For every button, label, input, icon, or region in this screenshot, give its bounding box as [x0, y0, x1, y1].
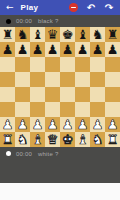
black-bishop: ♝	[32, 27, 44, 42]
square-f8[interactable]: ♝	[75, 27, 90, 42]
square-d5[interactable]	[45, 72, 60, 87]
white-knight: ♞	[92, 132, 104, 147]
square-g3[interactable]	[90, 102, 105, 117]
square-b7[interactable]: ♟	[15, 42, 30, 57]
page-title: Play	[21, 0, 39, 15]
black-player-bar: 00:00 black ?	[0, 15, 120, 27]
white-bishop: ♝	[32, 132, 44, 147]
square-e3[interactable]	[60, 102, 75, 117]
black-bishop: ♝	[77, 27, 89, 42]
square-e5[interactable]	[60, 72, 75, 87]
white-rook: ♜	[2, 132, 14, 147]
square-c4[interactable]	[30, 87, 45, 102]
square-g2[interactable]: ♟	[90, 117, 105, 132]
black-color-dot-icon	[6, 19, 11, 24]
no-entry-icon	[69, 3, 78, 12]
square-f6[interactable]	[75, 57, 90, 72]
undo-icon: ↶	[87, 0, 95, 15]
square-b2[interactable]: ♟	[15, 117, 30, 132]
square-e2[interactable]: ♟	[60, 117, 75, 132]
square-h8[interactable]: ♜	[105, 27, 120, 42]
square-a3[interactable]	[0, 102, 15, 117]
black-knight: ♞	[17, 27, 29, 42]
square-f1[interactable]: ♝	[75, 132, 90, 147]
square-h1[interactable]: ♜	[105, 132, 120, 147]
white-pawn: ♟	[62, 117, 74, 132]
square-f2[interactable]: ♟	[75, 117, 90, 132]
white-pawn: ♟	[107, 117, 119, 132]
square-d1[interactable]: ♛	[45, 132, 60, 147]
square-b1[interactable]: ♞	[15, 132, 30, 147]
square-g6[interactable]	[90, 57, 105, 72]
square-e1[interactable]: ♚	[60, 132, 75, 147]
square-f3[interactable]	[75, 102, 90, 117]
white-pawn: ♟	[32, 117, 44, 132]
square-b6[interactable]	[15, 57, 30, 72]
square-d4[interactable]	[45, 87, 60, 102]
white-pawn: ♟	[17, 117, 29, 132]
square-c8[interactable]: ♝	[30, 27, 45, 42]
square-g7[interactable]: ♟	[90, 42, 105, 57]
square-d7[interactable]: ♟	[45, 42, 60, 57]
black-rook: ♜	[2, 27, 14, 42]
square-h2[interactable]: ♟	[105, 117, 120, 132]
white-pawn: ♟	[2, 117, 14, 132]
square-e4[interactable]	[60, 87, 75, 102]
chess-board: ♜♞♝♛♚♝♞♜♟♟♟♟♟♟♟♟♟♟♟♟♟♟♟♟♜♞♝♛♚♝♞♜	[0, 27, 120, 147]
white-rook: ♜	[107, 132, 119, 147]
square-f7[interactable]: ♟	[75, 42, 90, 57]
square-h6[interactable]	[105, 57, 120, 72]
white-king: ♚	[62, 132, 74, 147]
stop-game-button[interactable]	[68, 0, 78, 15]
black-king: ♚	[62, 27, 74, 42]
white-player-bar: 00:00 white ?	[0, 147, 120, 160]
chess-app-screen: ← Play ↶ ↷ 00:00 black ? ♜♞♝♛♚♝♞♜♟♟♟♟♟♟♟…	[0, 0, 120, 200]
square-d8[interactable]: ♛	[45, 27, 60, 42]
square-a5[interactable]	[0, 72, 15, 87]
white-clock: 00:00	[16, 151, 32, 157]
square-b3[interactable]	[15, 102, 30, 117]
white-bishop: ♝	[77, 132, 89, 147]
square-a1[interactable]: ♜	[0, 132, 15, 147]
square-h5[interactable]	[105, 72, 120, 87]
square-a6[interactable]	[0, 57, 15, 72]
black-pawn: ♟	[107, 42, 119, 57]
white-pawn: ♟	[77, 117, 89, 132]
black-pawn: ♟	[47, 42, 59, 57]
square-e7[interactable]: ♟	[60, 42, 75, 57]
black-queen: ♛	[47, 27, 59, 42]
square-f5[interactable]	[75, 72, 90, 87]
square-g4[interactable]	[90, 87, 105, 102]
square-a4[interactable]	[0, 87, 15, 102]
white-pawn: ♟	[47, 117, 59, 132]
square-a8[interactable]: ♜	[0, 27, 15, 42]
square-c3[interactable]	[30, 102, 45, 117]
square-d3[interactable]	[45, 102, 60, 117]
square-c1[interactable]: ♝	[30, 132, 45, 147]
black-pawn: ♟	[17, 42, 29, 57]
black-pawn: ♟	[32, 42, 44, 57]
square-e6[interactable]	[60, 57, 75, 72]
square-c6[interactable]	[30, 57, 45, 72]
square-d6[interactable]	[45, 57, 60, 72]
app-bar: ← Play ↶ ↷	[0, 0, 120, 15]
redo-icon: ↷	[105, 0, 113, 15]
back-button[interactable]: ←	[6, 0, 14, 15]
black-pawn: ♟	[2, 42, 14, 57]
empty-panel	[0, 160, 120, 183]
square-b4[interactable]	[15, 87, 30, 102]
square-b5[interactable]	[15, 72, 30, 87]
square-c7[interactable]: ♟	[30, 42, 45, 57]
square-c2[interactable]: ♟	[30, 117, 45, 132]
square-g5[interactable]	[90, 72, 105, 87]
square-c5[interactable]	[30, 72, 45, 87]
back-arrow-icon: ←	[6, 2, 14, 12]
square-b8[interactable]: ♞	[15, 27, 30, 42]
redo-move-button[interactable]: ↷	[104, 0, 114, 15]
white-pawn: ♟	[92, 117, 104, 132]
square-h3[interactable]	[105, 102, 120, 117]
black-knight: ♞	[92, 27, 104, 42]
square-d2[interactable]: ♟	[45, 117, 60, 132]
black-pawn: ♟	[77, 42, 89, 57]
square-h7[interactable]: ♟	[105, 42, 120, 57]
black-pawn: ♟	[92, 42, 104, 57]
black-clock: 00:00	[16, 18, 32, 24]
square-g8[interactable]: ♞	[90, 27, 105, 42]
square-h4[interactable]	[105, 87, 120, 102]
square-a2[interactable]: ♟	[0, 117, 15, 132]
square-f4[interactable]	[75, 87, 90, 102]
black-rook: ♜	[107, 27, 119, 42]
white-queen: ♛	[47, 132, 59, 147]
black-pawn: ♟	[62, 42, 74, 57]
square-e8[interactable]: ♚	[60, 27, 75, 42]
white-player-label: white ?	[38, 151, 58, 157]
white-knight: ♞	[17, 132, 29, 147]
square-a7[interactable]: ♟	[0, 42, 15, 57]
black-player-label: black ?	[38, 18, 58, 24]
no-entry-icon-bar	[71, 7, 76, 9]
square-g1[interactable]: ♞	[90, 132, 105, 147]
undo-move-button[interactable]: ↶	[86, 0, 96, 15]
white-color-dot-icon	[6, 151, 11, 156]
bottom-background	[0, 183, 120, 200]
